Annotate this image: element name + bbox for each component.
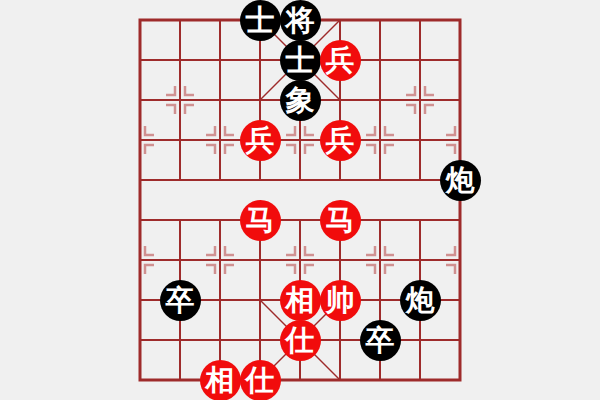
piece-black-cannon[interactable]: 炮 (400, 280, 441, 321)
piece-red-soldier[interactable]: 兵 (320, 120, 361, 161)
piece-red-horse[interactable]: 马 (320, 200, 361, 241)
piece-red-horse[interactable]: 马 (240, 200, 281, 241)
piece-black-elephant[interactable]: 象 (280, 80, 321, 121)
piece-black-advisor[interactable]: 士 (280, 40, 321, 81)
piece-black-soldier[interactable]: 卒 (360, 320, 401, 361)
piece-black-advisor[interactable]: 士 (240, 0, 281, 41)
piece-black-general[interactable]: 将 (280, 0, 321, 41)
pieces-layer: 士将士兵象兵兵炮马马卒相帅炮仕卒相仕 (120, 0, 480, 400)
piece-red-general[interactable]: 帅 (320, 280, 361, 321)
piece-red-soldier[interactable]: 兵 (320, 40, 361, 81)
piece-red-advisor[interactable]: 仕 (280, 320, 321, 361)
piece-red-elephant[interactable]: 相 (200, 360, 241, 400)
piece-red-advisor[interactable]: 仕 (240, 360, 281, 400)
piece-black-cannon[interactable]: 炮 (440, 160, 481, 201)
piece-red-soldier[interactable]: 兵 (240, 120, 281, 161)
piece-black-soldier[interactable]: 卒 (160, 280, 201, 321)
xiangqi-board[interactable]: 士将士兵象兵兵炮马马卒相帅炮仕卒相仕 (0, 0, 600, 400)
piece-red-elephant[interactable]: 相 (280, 280, 321, 321)
